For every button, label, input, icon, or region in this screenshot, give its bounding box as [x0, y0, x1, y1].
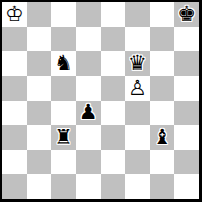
- square-c1[interactable]: [51, 174, 76, 199]
- square-h1[interactable]: [174, 174, 199, 199]
- square-d8[interactable]: [76, 2, 101, 27]
- piece-black-rook: ♜: [54, 127, 73, 148]
- square-g6[interactable]: [150, 51, 175, 76]
- square-b7[interactable]: [27, 27, 52, 52]
- square-d6[interactable]: [76, 51, 101, 76]
- square-d7[interactable]: [76, 27, 101, 52]
- square-f7[interactable]: [125, 27, 150, 52]
- square-g4[interactable]: [150, 101, 175, 126]
- square-c3[interactable]: ♜: [51, 125, 76, 150]
- square-a2[interactable]: [2, 150, 27, 175]
- piece-black-queen: ♛: [128, 53, 147, 74]
- square-d3[interactable]: [76, 125, 101, 150]
- square-h6[interactable]: [174, 51, 199, 76]
- square-d1[interactable]: [76, 174, 101, 199]
- square-e5[interactable]: [101, 76, 126, 101]
- square-e6[interactable]: [101, 51, 126, 76]
- piece-white-pawn: ♙: [128, 78, 147, 99]
- square-f4[interactable]: [125, 101, 150, 126]
- square-c4[interactable]: [51, 101, 76, 126]
- square-h3[interactable]: [174, 125, 199, 150]
- square-h5[interactable]: [174, 76, 199, 101]
- square-d5[interactable]: [76, 76, 101, 101]
- piece-black-knight: ♞: [54, 53, 73, 74]
- piece-black-bishop: ♝: [153, 127, 172, 148]
- square-d2[interactable]: [76, 150, 101, 175]
- square-e1[interactable]: [101, 174, 126, 199]
- square-b4[interactable]: [27, 101, 52, 126]
- square-e2[interactable]: [101, 150, 126, 175]
- square-c5[interactable]: [51, 76, 76, 101]
- piece-white-king: ♔: [5, 4, 24, 25]
- square-g8[interactable]: [150, 2, 175, 27]
- square-a3[interactable]: [2, 125, 27, 150]
- square-e4[interactable]: [101, 101, 126, 126]
- square-e8[interactable]: [101, 2, 126, 27]
- square-d4[interactable]: ♟: [76, 101, 101, 126]
- square-g1[interactable]: [150, 174, 175, 199]
- square-a5[interactable]: [2, 76, 27, 101]
- square-a1[interactable]: [2, 174, 27, 199]
- piece-black-king: ♚: [177, 4, 196, 25]
- square-b2[interactable]: [27, 150, 52, 175]
- square-f8[interactable]: [125, 2, 150, 27]
- square-g5[interactable]: [150, 76, 175, 101]
- square-a8[interactable]: ♔: [2, 2, 27, 27]
- chess-board: ♔♚♞♛♙♟♜♝: [2, 2, 199, 199]
- square-f5[interactable]: ♙: [125, 76, 150, 101]
- square-e7[interactable]: [101, 27, 126, 52]
- square-b8[interactable]: [27, 2, 52, 27]
- square-a6[interactable]: [2, 51, 27, 76]
- square-g2[interactable]: [150, 150, 175, 175]
- square-f1[interactable]: [125, 174, 150, 199]
- square-c6[interactable]: ♞: [51, 51, 76, 76]
- square-h4[interactable]: [174, 101, 199, 126]
- square-g3[interactable]: ♝: [150, 125, 175, 150]
- square-g7[interactable]: [150, 27, 175, 52]
- square-b5[interactable]: [27, 76, 52, 101]
- square-c2[interactable]: [51, 150, 76, 175]
- square-b6[interactable]: [27, 51, 52, 76]
- square-b1[interactable]: [27, 174, 52, 199]
- square-f3[interactable]: [125, 125, 150, 150]
- square-c7[interactable]: [51, 27, 76, 52]
- square-h2[interactable]: [174, 150, 199, 175]
- piece-black-pawn: ♟: [79, 102, 98, 123]
- diagram-frame: ♔♚♞♛♙♟♜♝: [0, 0, 202, 202]
- square-e3[interactable]: [101, 125, 126, 150]
- square-h7[interactable]: [174, 27, 199, 52]
- square-a4[interactable]: [2, 101, 27, 126]
- square-b3[interactable]: [27, 125, 52, 150]
- square-f6[interactable]: ♛: [125, 51, 150, 76]
- square-a7[interactable]: [2, 27, 27, 52]
- square-f2[interactable]: [125, 150, 150, 175]
- square-c8[interactable]: [51, 2, 76, 27]
- square-h8[interactable]: ♚: [174, 2, 199, 27]
